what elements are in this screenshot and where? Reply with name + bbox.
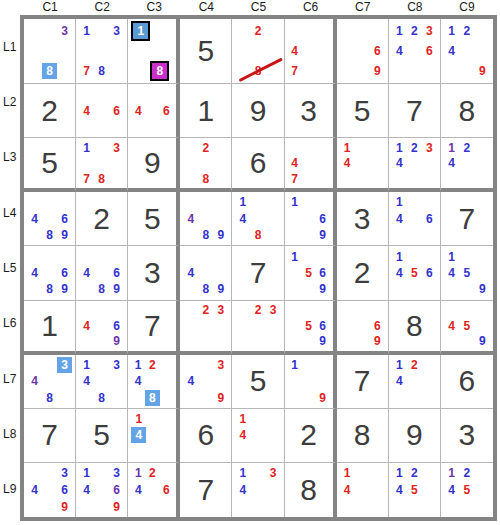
cell-L3C2[interactable]: 1378: [76, 138, 128, 192]
candidate-8: 8: [98, 65, 105, 77]
candidate-4: 4: [344, 157, 351, 169]
candidate-4: 4: [131, 427, 146, 443]
cell-L3C5[interactable]: 6: [232, 138, 284, 192]
candidate-9: 9: [113, 283, 120, 295]
cell-L8C9[interactable]: 3: [441, 409, 493, 463]
candidate-4: 4: [83, 105, 90, 117]
candidate-2: 2: [464, 467, 471, 479]
candidate-2: 2: [411, 467, 418, 479]
candidate-4: 4: [240, 429, 247, 441]
cell-L1C5[interactable]: 28: [232, 19, 284, 84]
solved-digit: 7: [144, 309, 161, 343]
candidate-4: 4: [83, 267, 90, 279]
col-label-C8: C8: [389, 0, 441, 15]
candidate-4: 4: [291, 157, 298, 169]
candidate-5: 5: [464, 320, 471, 332]
candidate-9: 9: [374, 65, 381, 77]
candidate-3: 3: [218, 359, 225, 371]
cell-L3C1[interactable]: 5: [24, 138, 76, 192]
cell-L8C5[interactable]: 14: [232, 409, 284, 463]
candidate-4: 4: [83, 375, 90, 387]
cell-L1C3[interactable]: 18: [128, 19, 180, 84]
cell-L8C2[interactable]: 5: [76, 409, 128, 463]
cell-L7C6[interactable]: 19: [285, 355, 337, 409]
cell-L8C8[interactable]: 9: [389, 409, 441, 463]
cell-L5C4[interactable]: 489: [180, 246, 232, 300]
cell-L3C7[interactable]: 14: [337, 138, 389, 192]
candidate-4: 4: [396, 157, 403, 169]
solved-digit: 7: [198, 473, 215, 507]
cell-L3C8[interactable]: 1234: [389, 138, 441, 192]
candidate-4: 4: [448, 157, 455, 169]
candidate-9: 9: [479, 335, 486, 347]
solved-digit: 7: [354, 364, 371, 398]
col-label-C2: C2: [76, 0, 128, 15]
cell-L2C3[interactable]: 46: [128, 84, 180, 138]
candidate-6: 6: [319, 267, 326, 279]
candidate-4: 4: [135, 105, 142, 117]
candidate-1: 1: [240, 196, 247, 208]
col-label-C7: C7: [337, 0, 389, 15]
candidate-8: 8: [203, 283, 210, 295]
solved-digit: 7: [250, 256, 267, 290]
candidate-3: 3: [270, 304, 277, 316]
solved-digit: 5: [41, 146, 58, 180]
candidate-4: 4: [448, 45, 455, 57]
solved-digit: 1: [41, 309, 58, 343]
candidate-3: 3: [426, 142, 433, 154]
candidate-1: 1: [396, 196, 403, 208]
candidate-4: 4: [135, 484, 142, 496]
candidate-9: 9: [218, 229, 225, 241]
candidate-6: 6: [61, 267, 68, 279]
candidate-7: 7: [83, 65, 90, 77]
candidate-4: 4: [396, 213, 403, 225]
cell-L1C1[interactable]: 38: [24, 19, 76, 84]
cell-L3C4[interactable]: 28: [180, 138, 232, 192]
cell-L5C5[interactable]: 7: [232, 246, 284, 300]
candidate-6: 6: [319, 213, 326, 225]
candidate-1: 1: [291, 251, 298, 263]
cell-L6C3[interactable]: 7: [128, 301, 180, 355]
candidate-8: 8: [255, 65, 262, 77]
candidate-4: 4: [31, 213, 38, 225]
candidate-1: 1: [396, 142, 403, 154]
candidate-4: 4: [135, 375, 142, 387]
candidate-5: 5: [411, 267, 418, 279]
cell-L7C8[interactable]: 124: [389, 355, 441, 409]
solved-digit: 8: [406, 309, 423, 343]
row-label-L5: L5: [0, 261, 20, 275]
candidate-9: 9: [374, 335, 381, 347]
candidate-7: 7: [83, 173, 90, 185]
sudoku-board: 3813781852847691234612492464619357851378…: [20, 15, 497, 521]
solved-digit: 8: [354, 418, 371, 452]
candidate-1: 1: [396, 251, 403, 263]
cell-L4C6[interactable]: 169: [285, 192, 337, 246]
candidate-3: 3: [113, 142, 120, 154]
candidate-4: 4: [31, 484, 38, 496]
sudoku-app: C1C2C3C4C5C6C7C8C9 L1L2L3L4L5L6L7L8L9 38…: [0, 0, 500, 525]
candidate-6: 6: [113, 267, 120, 279]
candidate-1: 1: [240, 413, 247, 425]
candidate-1: 1: [396, 25, 403, 37]
solved-digit: 5: [198, 34, 215, 68]
candidate-1: 1: [291, 359, 298, 371]
candidate-9: 9: [218, 283, 225, 295]
cell-L8C7[interactable]: 8: [337, 409, 389, 463]
solved-digit: 7: [406, 94, 423, 128]
cell-L9C1[interactable]: 3469: [24, 463, 76, 517]
cell-L7C3[interactable]: 1248: [128, 355, 180, 409]
row-label-L1: L1: [0, 40, 20, 54]
candidate-1: 1: [83, 359, 90, 371]
candidate-8: 8: [42, 63, 57, 79]
candidate-4: 4: [31, 267, 38, 279]
cell-L2C6[interactable]: 3: [285, 84, 337, 138]
candidate-3: 3: [113, 467, 120, 479]
candidate-9: 9: [218, 392, 225, 404]
candidate-1: 1: [344, 142, 351, 154]
candidate-1: 1: [396, 467, 403, 479]
cell-L8C6[interactable]: 2: [285, 409, 337, 463]
cell-L1C6[interactable]: 47: [285, 19, 337, 84]
candidate-4: 4: [396, 375, 403, 387]
cell-L6C2[interactable]: 469: [76, 301, 128, 355]
candidate-2: 2: [411, 142, 418, 154]
candidate-6: 6: [163, 484, 170, 496]
candidate-4: 4: [448, 320, 455, 332]
cell-L7C2[interactable]: 1348: [76, 355, 128, 409]
cell-L3C6[interactable]: 47: [285, 138, 337, 192]
cell-L4C2[interactable]: 2: [76, 192, 128, 246]
solved-digit: 9: [144, 146, 161, 180]
candidate-3: 3: [57, 357, 72, 373]
candidate-9: 9: [113, 335, 120, 347]
cell-L9C5[interactable]: 134: [232, 463, 284, 517]
col-label-C4: C4: [180, 0, 232, 15]
cell-L8C3[interactable]: 14: [128, 409, 180, 463]
candidate-4: 4: [291, 45, 298, 57]
row-label-L6: L6: [0, 316, 20, 330]
candidate-4: 4: [448, 484, 455, 496]
candidate-2: 2: [149, 359, 156, 371]
cell-L6C9[interactable]: 459: [441, 301, 493, 355]
cell-L5C8[interactable]: 1456: [389, 246, 441, 300]
cell-L4C3[interactable]: 5: [128, 192, 180, 246]
candidate-1: 1: [291, 196, 298, 208]
row-label-L8: L8: [0, 427, 20, 441]
cell-L6C6[interactable]: 569: [285, 301, 337, 355]
cell-L2C8[interactable]: 7: [389, 84, 441, 138]
solved-digit: 3: [300, 94, 317, 128]
candidate-9: 9: [319, 283, 326, 295]
candidate-3: 3: [270, 467, 277, 479]
candidate-3: 3: [218, 304, 225, 316]
solved-digit: 5: [354, 94, 371, 128]
candidate-4: 4: [188, 267, 195, 279]
candidate-8: 8: [145, 390, 160, 406]
cell-L4C9[interactable]: 7: [441, 192, 493, 246]
candidate-8: 8: [255, 229, 262, 241]
candidate-6: 6: [426, 45, 433, 57]
row-label-L7: L7: [0, 372, 20, 386]
solved-digit: 6: [250, 146, 267, 180]
candidate-9: 9: [479, 65, 486, 77]
candidate-5: 5: [411, 484, 418, 496]
candidate-1: 1: [131, 21, 150, 41]
candidate-6: 6: [319, 320, 326, 332]
cell-L5C7[interactable]: 2: [337, 246, 389, 300]
cell-L3C9[interactable]: 124: [441, 138, 493, 192]
candidate-2: 2: [255, 304, 262, 316]
candidate-4: 4: [83, 320, 90, 332]
candidate-4: 4: [448, 267, 455, 279]
solved-digit: 3: [459, 418, 476, 452]
candidate-4: 4: [188, 213, 195, 225]
candidate-6: 6: [374, 45, 381, 57]
solved-digit: 8: [459, 94, 476, 128]
candidate-6: 6: [61, 213, 68, 225]
candidate-8: 8: [203, 173, 210, 185]
candidate-1: 1: [448, 25, 455, 37]
col-label-C9: C9: [441, 0, 493, 15]
candidate-8: 8: [46, 392, 53, 404]
candidate-8: 8: [98, 173, 105, 185]
candidate-8: 8: [98, 392, 105, 404]
row-labels: L1L2L3L4L5L6L7L8L9: [0, 19, 20, 517]
solved-digit: 7: [41, 418, 58, 452]
cell-L1C9[interactable]: 1249: [441, 19, 493, 84]
cell-L5C2[interactable]: 4689: [76, 246, 128, 300]
candidate-8: 8: [150, 61, 169, 81]
col-label-C5: C5: [232, 0, 284, 15]
candidate-1: 1: [396, 359, 403, 371]
candidate-3: 3: [113, 359, 120, 371]
cell-L9C7[interactable]: 14: [337, 463, 389, 517]
candidate-6: 6: [163, 105, 170, 117]
candidate-8: 8: [46, 283, 53, 295]
candidate-1: 1: [344, 467, 351, 479]
candidate-2: 2: [411, 359, 418, 371]
row-label-L4: L4: [0, 206, 20, 220]
cell-L5C3[interactable]: 3: [128, 246, 180, 300]
candidate-5: 5: [464, 267, 471, 279]
candidate-1: 1: [448, 467, 455, 479]
cell-L6C5[interactable]: 23: [232, 301, 284, 355]
candidate-6: 6: [426, 213, 433, 225]
cell-L1C2[interactable]: 1378: [76, 19, 128, 84]
candidate-1: 1: [448, 142, 455, 154]
col-labels: C1C2C3C4C5C6C7C8C9: [24, 0, 493, 15]
cell-L9C3[interactable]: 1246: [128, 463, 180, 517]
candidate-4: 4: [396, 484, 403, 496]
candidate-8: 8: [98, 283, 105, 295]
candidate-2: 2: [149, 467, 156, 479]
candidate-1: 1: [83, 25, 90, 37]
candidate-2: 2: [411, 25, 418, 37]
candidate-1: 1: [83, 142, 90, 154]
candidate-9: 9: [319, 229, 326, 241]
cell-L9C6[interactable]: 8: [285, 463, 337, 517]
candidate-3: 3: [113, 25, 120, 37]
candidate-9: 9: [113, 501, 120, 513]
col-label-C6: C6: [285, 0, 337, 15]
col-label-C3: C3: [128, 0, 180, 15]
candidate-8: 8: [46, 229, 53, 241]
cell-L2C4[interactable]: 1: [180, 84, 232, 138]
solved-digit: 7: [459, 202, 476, 236]
candidate-5: 5: [305, 267, 312, 279]
cell-L1C4[interactable]: 5: [180, 19, 232, 84]
cell-L7C4[interactable]: 349: [180, 355, 232, 409]
cell-L6C7[interactable]: 69: [337, 301, 389, 355]
candidate-5: 5: [464, 484, 471, 496]
cell-L2C5[interactable]: 9: [232, 84, 284, 138]
candidate-2: 2: [464, 142, 471, 154]
cell-L9C2[interactable]: 13469: [76, 463, 128, 517]
candidate-7: 7: [291, 173, 298, 185]
cell-L4C8[interactable]: 146: [389, 192, 441, 246]
candidate-1: 1: [83, 467, 90, 479]
candidate-4: 4: [83, 484, 90, 496]
cell-L8C4[interactable]: 6: [180, 409, 232, 463]
candidate-3: 3: [61, 467, 68, 479]
candidate-2: 2: [464, 25, 471, 37]
cell-L2C7[interactable]: 5: [337, 84, 389, 138]
candidate-1: 1: [448, 251, 455, 263]
row-label-L9: L9: [0, 482, 20, 496]
candidate-1: 1: [240, 467, 247, 479]
candidate-6: 6: [113, 320, 120, 332]
candidate-3: 3: [426, 25, 433, 37]
solved-digit: 6: [198, 418, 215, 452]
cell-L3C3[interactable]: 9: [128, 138, 180, 192]
solved-digit: 9: [406, 418, 423, 452]
col-label-C1: C1: [24, 0, 76, 15]
cell-L2C2[interactable]: 46: [76, 84, 128, 138]
solved-digit: 6: [459, 364, 476, 398]
cell-L5C9[interactable]: 1459: [441, 246, 493, 300]
candidate-3: 3: [61, 25, 68, 37]
solved-digit: 1: [198, 94, 215, 128]
cell-L2C1[interactable]: 2: [24, 84, 76, 138]
candidate-6: 6: [374, 320, 381, 332]
row-label-L2: L2: [0, 95, 20, 109]
cell-L1C7[interactable]: 69: [337, 19, 389, 84]
solved-digit: 5: [93, 418, 110, 452]
candidate-7: 7: [291, 65, 298, 77]
cell-L4C1[interactable]: 4689: [24, 192, 76, 246]
solved-digit: 5: [250, 364, 267, 398]
candidate-9: 9: [319, 392, 326, 404]
candidate-4: 4: [240, 484, 247, 496]
cell-L7C1[interactable]: 348: [24, 355, 76, 409]
cell-L4C7[interactable]: 3: [337, 192, 389, 246]
solved-digit: 2: [300, 418, 317, 452]
cell-L9C9[interactable]: 1245: [441, 463, 493, 517]
candidate-6: 6: [426, 267, 433, 279]
cell-L2C9[interactable]: 8: [441, 84, 493, 138]
candidate-6: 6: [113, 484, 120, 496]
solved-digit: 9: [250, 94, 267, 128]
candidate-8: 8: [203, 229, 210, 241]
cell-L1C8[interactable]: 12346: [389, 19, 441, 84]
cell-L8C1[interactable]: 7: [24, 409, 76, 463]
cell-L4C4[interactable]: 489: [180, 192, 232, 246]
cell-L9C8[interactable]: 1245: [389, 463, 441, 517]
cell-L6C1[interactable]: 1: [24, 301, 76, 355]
candidate-9: 9: [61, 501, 68, 513]
candidate-9: 9: [319, 335, 326, 347]
cell-L6C4[interactable]: 23: [180, 301, 232, 355]
solved-digit: 3: [354, 202, 371, 236]
candidate-5: 5: [305, 320, 312, 332]
candidate-9: 9: [479, 283, 486, 295]
candidate-6: 6: [61, 484, 68, 496]
cell-L9C4[interactable]: 7: [180, 463, 232, 517]
candidate-4: 4: [31, 375, 38, 387]
cell-L5C1[interactable]: 4689: [24, 246, 76, 300]
candidate-2: 2: [203, 142, 210, 154]
candidate-2: 2: [203, 304, 210, 316]
cell-L5C6[interactable]: 1569: [285, 246, 337, 300]
solved-digit: 5: [144, 202, 161, 236]
cell-L7C7[interactable]: 7: [337, 355, 389, 409]
row-label-L3: L3: [0, 150, 20, 164]
solved-digit: 2: [93, 202, 110, 236]
candidate-4: 4: [396, 45, 403, 57]
candidate-4: 4: [188, 375, 195, 387]
candidate-1: 1: [135, 359, 142, 371]
cell-L6C8[interactable]: 8: [389, 301, 441, 355]
candidate-1: 1: [135, 413, 142, 425]
candidate-4: 4: [396, 267, 403, 279]
cell-L7C5[interactable]: 5: [232, 355, 284, 409]
solved-digit: 2: [41, 94, 58, 128]
candidate-9: 9: [61, 283, 68, 295]
candidate-1: 1: [135, 467, 142, 479]
candidate-9: 9: [61, 229, 68, 241]
solved-digit: 8: [300, 473, 317, 507]
solved-digit: 2: [354, 256, 371, 290]
cell-L4C5[interactable]: 148: [232, 192, 284, 246]
candidate-2: 2: [255, 25, 262, 37]
candidate-6: 6: [113, 105, 120, 117]
candidate-4: 4: [344, 484, 351, 496]
candidate-4: 4: [240, 213, 247, 225]
cell-L7C9[interactable]: 6: [441, 355, 493, 409]
solved-digit: 3: [144, 256, 161, 290]
